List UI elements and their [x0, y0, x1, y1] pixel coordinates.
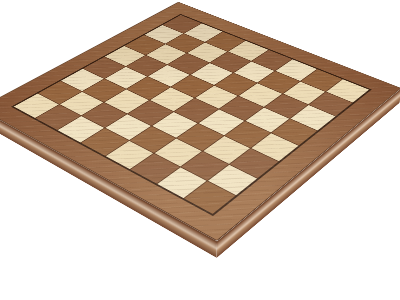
- square: [152, 112, 197, 138]
- square: [174, 98, 218, 123]
- square: [105, 114, 151, 140]
- square: [291, 105, 335, 130]
- square: [199, 110, 244, 135]
- square: [128, 101, 172, 126]
- square: [185, 182, 235, 214]
- board-frame: [0, 2, 400, 241]
- square: [155, 138, 202, 166]
- field-border: [11, 14, 372, 216]
- square: [82, 103, 127, 128]
- board-photo: [0, 0, 400, 300]
- square: [58, 116, 104, 142]
- square: [131, 154, 179, 184]
- square: [81, 128, 128, 155]
- square: [105, 141, 153, 169]
- square: [129, 126, 175, 153]
- square: [177, 124, 223, 151]
- square: [181, 151, 229, 180]
- square: [157, 167, 206, 198]
- square: [203, 136, 250, 164]
- square: [225, 121, 271, 148]
- square: [252, 134, 298, 162]
- square: [35, 105, 80, 130]
- square: [208, 165, 257, 196]
- chess-board: [0, 2, 400, 241]
- square: [272, 119, 317, 145]
- square: [219, 96, 263, 120]
- square: [230, 149, 278, 178]
- square: [245, 107, 289, 132]
- board-field: [14, 15, 369, 214]
